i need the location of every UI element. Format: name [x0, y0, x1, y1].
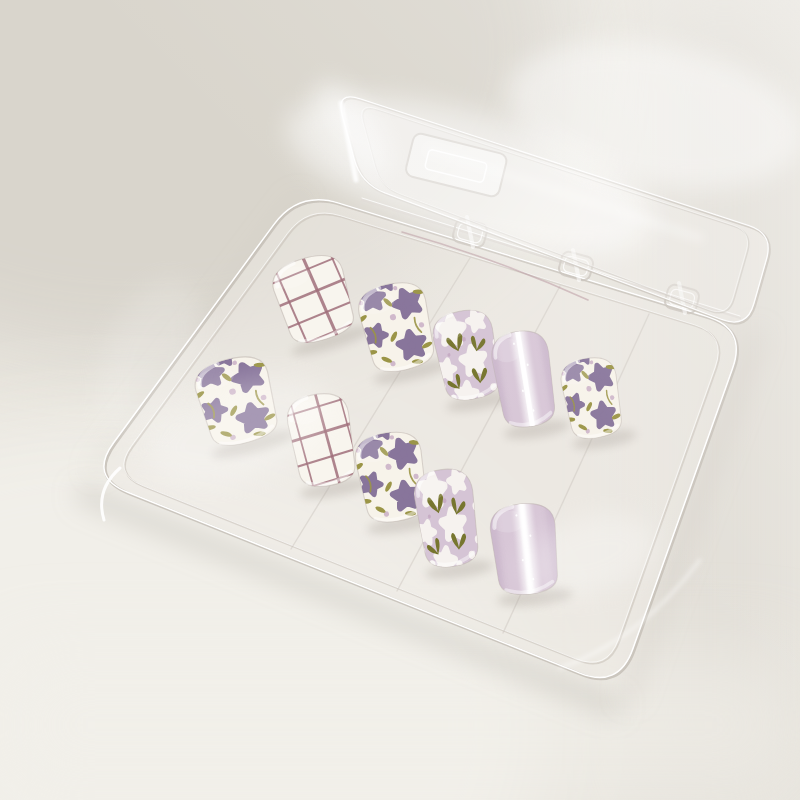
nail-case-photo: [0, 0, 800, 800]
light-haze: [0, 0, 800, 800]
scene-svg: [0, 0, 800, 800]
